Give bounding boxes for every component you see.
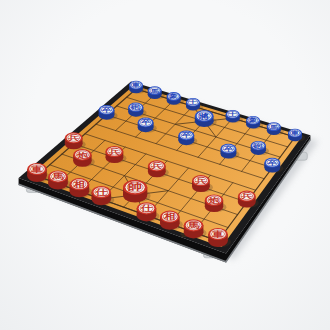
piece-char-advisor: 士 <box>227 111 236 118</box>
piece-char-horse: 馬 <box>51 172 64 181</box>
piece-char-horse: 馬 <box>149 87 158 94</box>
piece-char-elephant: 象 <box>248 117 259 124</box>
piece-blue-chariot[interactable]: 車 <box>288 129 305 142</box>
piece-char-soldier: 兵 <box>67 134 79 142</box>
piece-char-advisor: 仕 <box>94 188 108 197</box>
piece-char-chariot: 車 <box>30 165 43 174</box>
piece-char-soldier: 兵 <box>108 148 120 156</box>
piece-blue-chariot[interactable]: 車 <box>129 81 146 94</box>
piece-blue-horse[interactable]: 馬 <box>148 86 165 99</box>
piece-char-soldier: 卒 <box>223 144 234 152</box>
piece-char-soldier: 兵 <box>240 192 252 200</box>
piece-char-soldier: 卒 <box>101 106 112 114</box>
piece-char-soldier: 兵 <box>194 177 206 185</box>
xiangqi-board: 車馬象士砲卒士將象卒馬車卒兵砲卒兵炮卒兵車馬兵相帥仕兵炮仕相馬車 <box>0 0 330 330</box>
piece-blue-elephant[interactable]: 象 <box>167 92 184 105</box>
piece-blue-horse[interactable]: 馬 <box>267 122 284 135</box>
piece-char-chariot: 車 <box>131 81 140 88</box>
piece-char-chariot: 車 <box>211 230 224 239</box>
piece-char-advisor: 仕 <box>140 204 154 213</box>
piece-char-elephant: 相 <box>163 212 176 221</box>
piece-char-general: 將 <box>198 112 211 121</box>
piece-char-soldier: 卒 <box>140 118 151 126</box>
piece-char-soldier: 兵 <box>150 162 162 170</box>
piece-char-horse: 馬 <box>187 221 200 230</box>
piece-char-advisor: 士 <box>188 99 197 106</box>
piece-char-chariot: 車 <box>290 129 299 136</box>
piece-char-cannon: 砲 <box>130 104 141 111</box>
piece-char-horse: 馬 <box>268 123 277 130</box>
piece-char-general: 帥 <box>128 182 142 193</box>
piece-blue-advisor[interactable]: 士 <box>186 98 203 111</box>
piece-blue-advisor[interactable]: 士 <box>226 110 243 123</box>
piece-char-elephant: 相 <box>72 180 85 189</box>
piece-char-elephant: 象 <box>168 93 179 100</box>
xiangqi-set-photo: 車馬象士砲卒士將象卒馬車卒兵砲卒兵炮卒兵車馬兵相帥仕兵炮仕相馬車 <box>0 0 330 330</box>
piece-char-cannon: 砲 <box>253 142 264 149</box>
piece-char-soldier: 卒 <box>180 131 191 139</box>
piece-blue-elephant[interactable]: 象 <box>246 116 263 129</box>
piece-char-cannon: 炮 <box>207 196 220 205</box>
piece-char-soldier: 卒 <box>266 158 277 166</box>
piece-char-cannon: 炮 <box>76 150 89 159</box>
